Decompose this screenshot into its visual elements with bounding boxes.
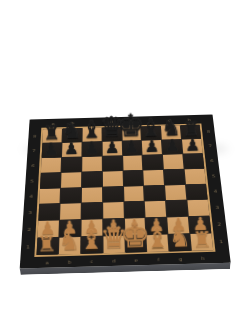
square-e1[interactable]: ♚ <box>125 235 147 252</box>
white-knight[interactable]: ♞ <box>58 229 81 254</box>
black-pawn[interactable]: ♟ <box>64 140 79 157</box>
board-frame: ♜♞♝♛♚♝♞♜♟♟♟♟♟♟♟♟♟♟♟♟♟♟♟♟♜♞♝♛♚♝♞♜ <box>34 123 215 257</box>
black-pawn[interactable]: ♟ <box>145 138 160 155</box>
white-rook[interactable]: ♜ <box>37 233 57 255</box>
square-c4[interactable] <box>82 187 102 203</box>
chess-board: abcdefgh abcdefgh 87654321 87654321 ♜♞♝♛… <box>20 114 231 268</box>
coordinate-label: 1 <box>214 232 228 250</box>
square-f5[interactable] <box>144 170 165 185</box>
square-d7[interactable]: ♟ <box>102 141 121 155</box>
white-knight[interactable]: ♞ <box>169 226 192 251</box>
product-photo: abcdefgh abcdefgh 87654321 87654321 ♜♞♝♛… <box>0 0 246 328</box>
coordinate-label: 1 <box>22 238 35 256</box>
coordinate-label: 5 <box>207 168 220 184</box>
square-d4[interactable] <box>103 186 123 202</box>
coordinate-label: 6 <box>27 158 39 173</box>
square-h6[interactable] <box>183 154 204 169</box>
square-b7[interactable]: ♟ <box>62 142 81 156</box>
black-pawn[interactable]: ♟ <box>84 139 99 156</box>
square-f7[interactable]: ♟ <box>142 140 162 154</box>
perspective-scene: abcdefgh abcdefgh 87654321 87654321 ♜♞♝♛… <box>0 85 246 288</box>
square-b5[interactable] <box>61 172 81 187</box>
coordinate-label: d <box>103 257 125 263</box>
square-h5[interactable] <box>185 169 206 184</box>
square-f6[interactable] <box>143 155 163 170</box>
coordinate-label: 6 <box>206 153 218 168</box>
square-c5[interactable] <box>82 171 102 186</box>
square-h4[interactable] <box>186 184 208 200</box>
coordinate-label: f <box>147 256 170 262</box>
square-g1[interactable]: ♞ <box>169 234 191 251</box>
square-a7[interactable]: ♟ <box>42 143 62 157</box>
coordinate-label: 7 <box>28 143 39 158</box>
coordinate-label: 2 <box>23 221 35 238</box>
square-b4[interactable] <box>60 188 80 204</box>
coordinate-label: b <box>58 259 80 265</box>
black-pawn[interactable]: ♟ <box>43 140 58 157</box>
square-c6[interactable] <box>82 156 102 171</box>
square-h7[interactable]: ♟ <box>182 139 203 153</box>
square-h1[interactable]: ♜ <box>191 233 214 250</box>
square-e4[interactable] <box>124 186 145 202</box>
square-f1[interactable]: ♝ <box>147 235 169 252</box>
coordinate-label: c <box>81 258 103 264</box>
coordinate-label: e <box>125 257 147 263</box>
square-c1[interactable]: ♝ <box>81 237 102 254</box>
square-b6[interactable] <box>61 157 81 172</box>
board-tilt-wrapper: abcdefgh abcdefgh 87654321 87654321 ♜♞♝♛… <box>0 85 246 288</box>
black-pawn[interactable]: ♟ <box>165 137 180 154</box>
board-grid: ♜♞♝♛♚♝♞♜♟♟♟♟♟♟♟♟♟♟♟♟♟♟♟♟♜♞♝♛♚♝♞♜ <box>37 125 214 255</box>
square-g7[interactable]: ♟ <box>162 140 182 154</box>
coordinate-label: 8 <box>202 124 214 138</box>
black-pawn[interactable]: ♟ <box>124 138 139 155</box>
square-g6[interactable] <box>163 154 184 169</box>
coordinate-label: g <box>169 256 192 262</box>
square-e7[interactable]: ♟ <box>122 141 142 155</box>
square-e5[interactable] <box>123 170 143 185</box>
square-a6[interactable] <box>41 157 61 172</box>
square-a1[interactable]: ♜ <box>37 238 59 255</box>
square-g5[interactable] <box>164 169 185 184</box>
coordinate-label: 4 <box>209 183 222 199</box>
coordinate-label: 2 <box>213 215 226 232</box>
square-f4[interactable] <box>144 185 165 201</box>
square-c7[interactable]: ♟ <box>82 142 101 156</box>
white-bishop[interactable]: ♝ <box>146 225 171 252</box>
coordinate-label: 4 <box>25 188 37 204</box>
square-a4[interactable] <box>39 188 60 204</box>
black-pawn[interactable]: ♟ <box>104 139 119 156</box>
white-rook[interactable]: ♜ <box>192 229 212 251</box>
coordinate-label: 8 <box>29 129 40 143</box>
coordinate-label: 3 <box>211 199 224 216</box>
black-pawn[interactable]: ♟ <box>185 136 200 153</box>
coordinate-label: 3 <box>24 204 36 221</box>
square-b1[interactable]: ♞ <box>59 237 80 254</box>
coordinate-label: h <box>192 255 215 261</box>
coordinate-label: 7 <box>204 138 216 153</box>
square-a5[interactable] <box>40 173 60 188</box>
square-d5[interactable] <box>103 171 123 186</box>
coordinate-label: a <box>36 259 58 265</box>
square-d6[interactable] <box>102 156 122 171</box>
coordinate-label: 5 <box>26 173 38 189</box>
square-g4[interactable] <box>165 185 186 201</box>
square-e6[interactable] <box>123 155 143 170</box>
